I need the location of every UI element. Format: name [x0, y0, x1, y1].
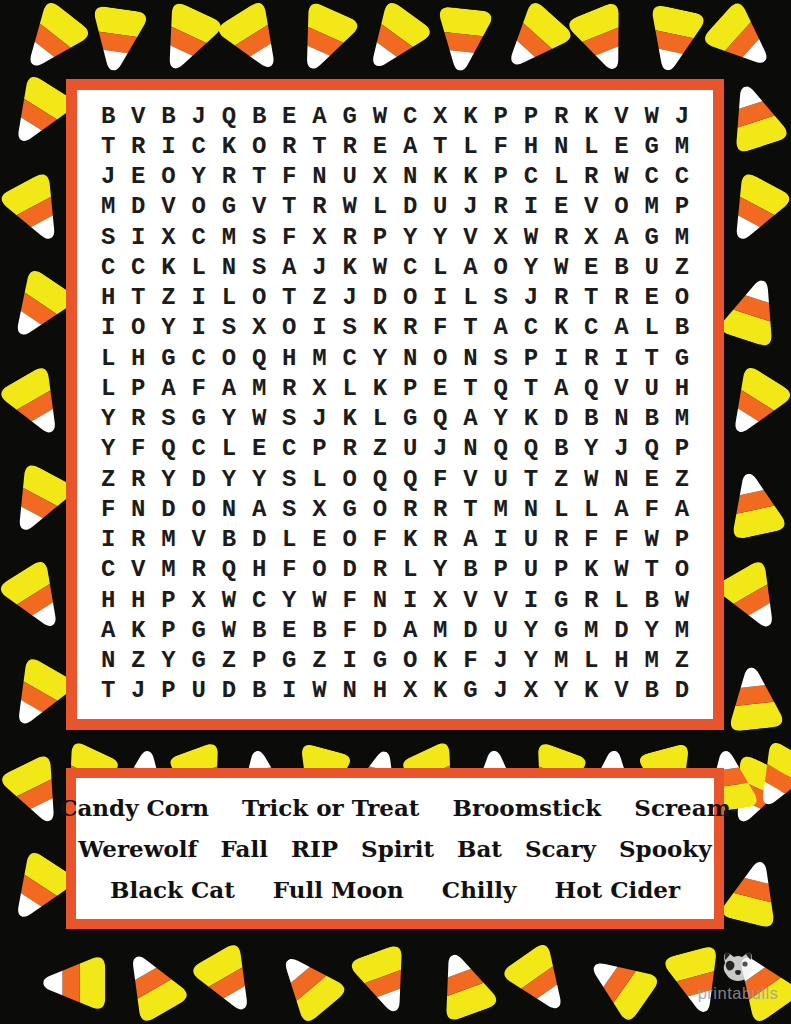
grid-cell: V — [244, 192, 274, 222]
grid-cell: V — [606, 676, 636, 706]
grid-cell: L — [425, 252, 455, 282]
word-list-item: Broomstick — [452, 794, 601, 821]
grid-cell: U — [425, 192, 455, 222]
bulldog-icon — [717, 948, 759, 982]
grid-cell: Z — [93, 464, 123, 494]
grid-cell: R — [123, 404, 153, 434]
grid-cell: R — [395, 494, 425, 524]
grid-cell: C — [184, 343, 214, 373]
grid-cell: O — [425, 343, 455, 373]
grid-cell: E — [123, 162, 153, 192]
grid-cell: A — [244, 494, 274, 524]
grid-cell: A — [304, 101, 334, 131]
grid-cell: V — [455, 464, 485, 494]
grid-cell: R — [486, 192, 516, 222]
letter-grid: BVBJQBEAGWCXKPPRKVWJTRICKORTREATLFHNLEGM… — [93, 101, 697, 706]
grid-cell: R — [425, 494, 455, 524]
grid-cell: Y — [425, 555, 455, 585]
grid-cell: J — [667, 101, 697, 131]
grid-cell: P — [486, 555, 516, 585]
word-list-item: Trick or Treat — [242, 794, 419, 821]
grid-cell: F — [606, 525, 636, 555]
grid-cell: N — [455, 343, 485, 373]
grid-cell: I — [425, 283, 455, 313]
grid-cell: O — [274, 313, 304, 343]
grid-cell: U — [637, 373, 667, 403]
grid-cell: S — [244, 252, 274, 282]
grid-cell: M — [637, 646, 667, 676]
grid-cell: C — [184, 222, 214, 252]
grid-cell: W — [637, 525, 667, 555]
grid-cell: A — [606, 313, 636, 343]
grid-cell: G — [667, 343, 697, 373]
grid-cell: L — [184, 252, 214, 282]
grid-cell: I — [274, 676, 304, 706]
word-list-box: Candy CornTrick or TreatBroomstickScream… — [66, 768, 724, 929]
grid-cell: H — [667, 373, 697, 403]
grid-cell: A — [214, 373, 244, 403]
grid-cell: S — [214, 313, 244, 343]
grid-cell: Y — [153, 313, 183, 343]
word-list-row: WerewolfFallRIPSpiritBatScarySpooky — [80, 835, 710, 862]
grid-cell: W — [546, 252, 576, 282]
grid-cell: J — [335, 283, 365, 313]
grid-cell: P — [667, 192, 697, 222]
grid-cell: M — [153, 525, 183, 555]
grid-cell: U — [395, 434, 425, 464]
grid-cell: Q — [516, 434, 546, 464]
candy-corn-icon — [5, 0, 97, 88]
grid-cell: P — [153, 615, 183, 645]
grid-cell: X — [184, 585, 214, 615]
grid-cell: O — [304, 555, 334, 585]
grid-cell: A — [395, 615, 425, 645]
grid-cell: X — [304, 494, 334, 524]
grid-cell: Y — [274, 585, 304, 615]
grid-cell: L — [606, 585, 636, 615]
grid-cell: C — [244, 585, 274, 615]
grid-cell: I — [304, 313, 334, 343]
grid-cell: O — [123, 313, 153, 343]
grid-cell: N — [455, 434, 485, 464]
grid-cell: S — [244, 222, 274, 252]
word-list-row: Black CatFull MoonChillyHot Cider — [80, 876, 710, 903]
grid-cell: K — [395, 525, 425, 555]
grid-cell: O — [244, 131, 274, 161]
grid-cell: R — [335, 434, 365, 464]
grid-cell: N — [516, 494, 546, 524]
grid-cell: K — [365, 373, 395, 403]
grid-cell: C — [576, 313, 606, 343]
grid-cell: Y — [93, 404, 123, 434]
grid-cell: J — [425, 434, 455, 464]
grid-cell: D — [244, 525, 274, 555]
grid-cell: R — [606, 283, 636, 313]
candy-corn-icon — [344, 940, 426, 1024]
grid-cell: I — [516, 192, 546, 222]
grid-cell: C — [93, 555, 123, 585]
word-list: Candy CornTrick or TreatBroomstickScream… — [80, 780, 710, 917]
grid-cell: L — [546, 494, 576, 524]
logo-text: printabulls — [687, 984, 789, 1003]
grid-cell: A — [455, 404, 485, 434]
grid-cell: V — [153, 192, 183, 222]
grid-cell: B — [546, 434, 576, 464]
grid-cell: D — [365, 283, 395, 313]
grid-cell: X — [425, 585, 455, 615]
grid-cell: T — [455, 494, 485, 524]
grid-cell: E — [606, 131, 636, 161]
grid-cell: N — [214, 494, 244, 524]
grid-cell: W — [304, 585, 334, 615]
grid-cell: J — [455, 192, 485, 222]
grid-cell: J — [304, 404, 334, 434]
grid-cell: F — [335, 585, 365, 615]
grid-cell: D — [365, 615, 395, 645]
grid-cell: R — [546, 101, 576, 131]
grid-cell: Y — [516, 646, 546, 676]
grid-cell: O — [606, 192, 636, 222]
grid-cell: J — [486, 676, 516, 706]
grid-cell: B — [637, 676, 667, 706]
grid-cell: A — [274, 252, 304, 282]
candy-corn-icon — [429, 3, 498, 79]
grid-cell: C — [637, 162, 667, 192]
grid-cell: K — [214, 131, 244, 161]
grid-cell: R — [123, 131, 153, 161]
grid-cell: P — [304, 434, 334, 464]
grid-cell: R — [335, 222, 365, 252]
grid-cell: D — [546, 404, 576, 434]
grid-cell: E — [637, 283, 667, 313]
grid-cell: O — [486, 252, 516, 282]
grid-cell: T — [425, 131, 455, 161]
grid-cell: G — [637, 222, 667, 252]
grid-cell: Y — [214, 464, 244, 494]
word-list-item: Chilly — [442, 876, 517, 903]
candy-corn-icon — [715, 850, 791, 933]
grid-cell: N — [93, 646, 123, 676]
grid-cell: X — [365, 162, 395, 192]
grid-cell: F — [425, 313, 455, 343]
grid-cell: Z — [153, 283, 183, 313]
grid-cell: Q — [425, 404, 455, 434]
grid-cell: Q — [244, 343, 274, 373]
grid-cell: F — [455, 646, 485, 676]
grid-cell: U — [637, 252, 667, 282]
grid-cell: Y — [365, 343, 395, 373]
grid-cell: T — [637, 343, 667, 373]
grid-cell: U — [335, 162, 365, 192]
grid-cell: S — [486, 283, 516, 313]
grid-cell: J — [93, 162, 123, 192]
candy-corn-icon — [185, 937, 274, 1024]
grid-cell: F — [335, 615, 365, 645]
grid-cell: G — [184, 615, 214, 645]
grid-cell: C — [516, 162, 546, 192]
grid-cell: V — [576, 192, 606, 222]
grid-cell: D — [184, 464, 214, 494]
grid-cell: L — [546, 162, 576, 192]
grid-cell: X — [244, 313, 274, 343]
grid-cell: S — [335, 313, 365, 343]
grid-cell: E — [637, 464, 667, 494]
grid-cell: E — [274, 615, 304, 645]
grid-cell: I — [486, 525, 516, 555]
grid-cell: G — [335, 494, 365, 524]
grid-cell: X — [153, 222, 183, 252]
grid-cell: M — [304, 343, 334, 373]
grid-cell: F — [184, 373, 214, 403]
grid-cell: G — [184, 404, 214, 434]
grid-cell: Q — [637, 434, 667, 464]
grid-cell: W — [365, 101, 395, 131]
grid-cell: R — [546, 525, 576, 555]
grid-cell: R — [274, 131, 304, 161]
grid-cell: G — [546, 615, 576, 645]
grid-cell: P — [153, 585, 183, 615]
grid-cell: Q — [486, 434, 516, 464]
grid-cell: B — [637, 585, 667, 615]
word-list-row: Candy CornTrick or TreatBroomstickScream — [80, 794, 710, 821]
grid-cell: D — [606, 615, 636, 645]
grid-cell: J — [304, 252, 334, 282]
grid-cell: H — [244, 555, 274, 585]
grid-cell: R — [576, 343, 606, 373]
grid-cell: Z — [667, 464, 697, 494]
grid-cell: K — [576, 101, 606, 131]
grid-cell: N — [606, 404, 636, 434]
grid-cell: C — [184, 131, 214, 161]
grid-cell: P — [667, 525, 697, 555]
grid-cell: M — [214, 222, 244, 252]
grid-cell: C — [395, 252, 425, 282]
grid-cell: W — [365, 252, 395, 282]
candy-corn-icon — [561, 0, 645, 85]
grid-cell: Y — [516, 615, 546, 645]
grid-cell: Y — [486, 404, 516, 434]
grid-cell: B — [214, 525, 244, 555]
grid-cell: P — [667, 434, 697, 464]
grid-cell: E — [304, 525, 334, 555]
grid-cell: L — [274, 525, 304, 555]
grid-cell: Y — [576, 434, 606, 464]
grid-cell: U — [486, 464, 516, 494]
word-list-item: Candy Corn — [59, 794, 209, 821]
grid-cell: N — [546, 131, 576, 161]
grid-cell: L — [365, 404, 395, 434]
grid-cell: P — [546, 555, 576, 585]
grid-cell: V — [455, 222, 485, 252]
grid-cell: H — [123, 343, 153, 373]
grid-cell: L — [93, 343, 123, 373]
grid-cell: C — [516, 313, 546, 343]
word-list-item: Black Cat — [110, 876, 235, 903]
grid-cell: H — [606, 646, 636, 676]
candy-corn-icon — [720, 659, 789, 735]
grid-cell: T — [455, 373, 485, 403]
grid-cell: T — [516, 373, 546, 403]
grid-cell: H — [365, 676, 395, 706]
word-list-item: Scary — [525, 835, 596, 862]
grid-cell: C — [123, 252, 153, 282]
grid-cell: V — [455, 585, 485, 615]
grid-cell: F — [365, 525, 395, 555]
grid-cell: F — [576, 525, 606, 555]
grid-cell: R — [576, 162, 606, 192]
grid-cell: O — [335, 525, 365, 555]
grid-cell: O — [335, 464, 365, 494]
grid-cell: E — [576, 252, 606, 282]
candy-corn-icon — [261, 936, 353, 1024]
grid-cell: B — [153, 101, 183, 131]
grid-cell: D — [214, 676, 244, 706]
printabulls-logo: printabulls — [687, 948, 789, 1003]
grid-cell: N — [365, 585, 395, 615]
grid-cell: S — [274, 404, 304, 434]
grid-cell: A — [486, 313, 516, 343]
grid-cell: R — [546, 283, 576, 313]
grid-cell: I — [93, 313, 123, 343]
grid-cell: F — [274, 222, 304, 252]
grid-cell: O — [395, 646, 425, 676]
grid-cell: T — [516, 464, 546, 494]
grid-cell: R — [365, 555, 395, 585]
grid-cell: J — [123, 676, 153, 706]
grid-cell: O — [184, 192, 214, 222]
grid-cell: E — [425, 373, 455, 403]
grid-cell: E — [546, 192, 576, 222]
grid-cell: X — [486, 222, 516, 252]
grid-cell: X — [304, 222, 334, 252]
grid-cell: J — [606, 434, 636, 464]
grid-cell: O — [667, 283, 697, 313]
grid-cell: K — [516, 404, 546, 434]
word-list-item: Scream — [634, 794, 731, 821]
grid-cell: D — [455, 615, 485, 645]
word-list-item: Spirit — [361, 835, 434, 862]
grid-cell: G — [455, 676, 485, 706]
grid-cell: A — [153, 373, 183, 403]
grid-cell: T — [304, 131, 334, 161]
grid-cell: R — [304, 192, 334, 222]
grid-cell: K — [123, 615, 153, 645]
grid-cell: S — [153, 404, 183, 434]
grid-cell: F — [274, 555, 304, 585]
grid-cell: I — [546, 343, 576, 373]
grid-cell: M — [667, 615, 697, 645]
grid-cell: Y — [93, 434, 123, 464]
grid-cell: I — [395, 585, 425, 615]
grid-cell: P — [244, 646, 274, 676]
word-list-item: Full Moon — [273, 876, 404, 903]
grid-cell: M — [546, 646, 576, 676]
grid-cell: H — [123, 585, 153, 615]
grid-cell: K — [425, 676, 455, 706]
grid-cell: T — [123, 283, 153, 313]
grid-cell: M — [425, 615, 455, 645]
candy-corn-icon — [496, 937, 587, 1024]
grid-cell: N — [395, 162, 425, 192]
grid-cell: Y — [546, 676, 576, 706]
grid-cell: L — [304, 464, 334, 494]
grid-cell: I — [606, 343, 636, 373]
grid-cell: G — [365, 646, 395, 676]
candy-corn-icon — [487, 0, 580, 88]
grid-cell: A — [93, 615, 123, 645]
grid-cell: T — [576, 283, 606, 313]
grid-cell: K — [425, 646, 455, 676]
candy-corn-icon — [573, 938, 666, 1024]
grid-cell: Y — [637, 615, 667, 645]
grid-cell: G — [184, 646, 214, 676]
grid-cell: Q — [153, 434, 183, 464]
candy-corn-icon — [714, 72, 791, 158]
grid-cell: R — [214, 162, 244, 192]
grid-cell: L — [395, 555, 425, 585]
grid-cell: L — [576, 131, 606, 161]
word-list-item: RIP — [291, 835, 338, 862]
grid-cell: R — [546, 222, 576, 252]
grid-cell: N — [395, 343, 425, 373]
grid-cell: M — [153, 555, 183, 585]
grid-cell: K — [153, 252, 183, 282]
word-list-item: Werewolf — [78, 835, 197, 862]
grid-cell: Z — [667, 646, 697, 676]
grid-cell: B — [455, 555, 485, 585]
word-list-item: Hot Cider — [554, 876, 680, 903]
grid-cell: M — [486, 494, 516, 524]
grid-cell: M — [667, 222, 697, 252]
grid-cell: P — [123, 373, 153, 403]
grid-cell: V — [606, 373, 636, 403]
grid-cell: I — [184, 313, 214, 343]
grid-cell: Y — [214, 404, 244, 434]
grid-cell: L — [214, 434, 244, 464]
candy-corn-icon — [107, 937, 196, 1024]
grid-cell: R — [576, 585, 606, 615]
grid-cell: D — [335, 555, 365, 585]
word-list-item: Fall — [220, 835, 267, 862]
grid-cell: G — [546, 585, 576, 615]
grid-cell: Z — [667, 252, 697, 282]
grid-cell: L — [455, 283, 485, 313]
grid-cell: L — [637, 313, 667, 343]
grid-cell: F — [425, 464, 455, 494]
grid-cell: P — [516, 343, 546, 373]
grid-cell: I — [516, 585, 546, 615]
grid-cell: R — [335, 131, 365, 161]
grid-cell: F — [274, 162, 304, 192]
grid-cell: C — [667, 162, 697, 192]
grid-cell: A — [546, 373, 576, 403]
grid-cell: G — [214, 192, 244, 222]
grid-cell: R — [395, 313, 425, 343]
grid-cell: J — [486, 646, 516, 676]
grid-cell: H — [93, 585, 123, 615]
grid-cell: Z — [304, 646, 334, 676]
grid-cell: Z — [365, 434, 395, 464]
grid-cell: E — [274, 101, 304, 131]
grid-cell: L — [455, 131, 485, 161]
grid-cell: W — [335, 192, 365, 222]
grid-cell: D — [153, 494, 183, 524]
grid-cell: U — [486, 615, 516, 645]
grid-cell: U — [184, 676, 214, 706]
grid-cell: L — [576, 646, 606, 676]
candy-corn-icon — [714, 266, 791, 352]
grid-cell: C — [395, 101, 425, 131]
